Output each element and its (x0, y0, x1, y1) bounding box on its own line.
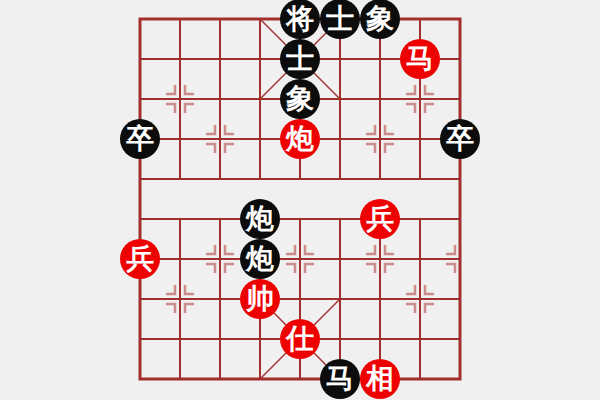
piece-red-advisor[interactable]: 仕 (280, 319, 320, 359)
piece-black-elephant[interactable]: 象 (280, 79, 320, 119)
piece-black-advisor[interactable]: 士 (320, 0, 360, 39)
piece-black-soldier[interactable]: 卒 (440, 119, 480, 159)
piece-black-elephant[interactable]: 象 (360, 0, 400, 39)
piece-red-soldier[interactable]: 兵 (120, 239, 160, 279)
piece-black-cannon[interactable]: 炮 (240, 239, 280, 279)
piece-red-elephant[interactable]: 相 (360, 359, 400, 399)
xiangqi-board[interactable]: 将士象士马象卒炮卒炮兵兵炮帅仕马相 (120, 0, 480, 399)
xiangqi-app: 将士象士马象卒炮卒炮兵兵炮帅仕马相 (0, 0, 600, 400)
piece-red-soldier[interactable]: 兵 (360, 199, 400, 239)
piece-black-advisor[interactable]: 士 (280, 39, 320, 79)
piece-black-cannon[interactable]: 炮 (240, 199, 280, 239)
piece-red-general[interactable]: 帅 (240, 279, 280, 319)
piece-black-soldier[interactable]: 卒 (120, 119, 160, 159)
piece-red-horse[interactable]: 马 (400, 39, 440, 79)
piece-black-horse[interactable]: 马 (320, 359, 360, 399)
piece-black-general[interactable]: 将 (280, 0, 320, 39)
piece-red-cannon[interactable]: 炮 (280, 119, 320, 159)
